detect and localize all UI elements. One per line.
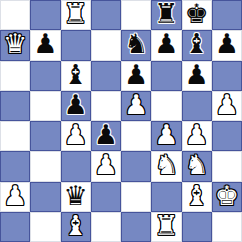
square-e1[interactable] bbox=[121, 212, 151, 242]
piece-black-knight-e7[interactable]: ♞ bbox=[124, 29, 148, 59]
piece-white-pawn-a2[interactable]: ♟ bbox=[3, 181, 27, 211]
piece-white-pawn-e5[interactable]: ♟ bbox=[124, 90, 148, 120]
square-a8[interactable] bbox=[0, 0, 30, 30]
square-a2[interactable]: ♟ bbox=[0, 182, 30, 212]
piece-black-queen-c2[interactable]: ♛ bbox=[64, 181, 88, 211]
piece-white-pawn-d3[interactable]: ♟ bbox=[94, 150, 118, 180]
square-g3[interactable]: ♞ bbox=[182, 151, 212, 181]
square-e4[interactable] bbox=[121, 121, 151, 151]
square-f6[interactable] bbox=[151, 61, 181, 91]
piece-white-pawn-c4[interactable]: ♟ bbox=[64, 120, 88, 150]
square-f4[interactable]: ♟ bbox=[151, 121, 181, 151]
square-a7[interactable]: ♛ bbox=[0, 30, 30, 60]
square-g1[interactable] bbox=[182, 212, 212, 242]
piece-black-bishop-g7[interactable]: ♝ bbox=[185, 29, 209, 59]
square-d1[interactable] bbox=[91, 212, 121, 242]
square-g5[interactable] bbox=[182, 91, 212, 121]
square-h8[interactable] bbox=[212, 0, 242, 30]
square-d5[interactable] bbox=[91, 91, 121, 121]
square-h1[interactable] bbox=[212, 212, 242, 242]
square-h2[interactable]: ♚ bbox=[212, 182, 242, 212]
piece-white-pawn-h5[interactable]: ♟ bbox=[215, 90, 239, 120]
square-a3[interactable] bbox=[0, 151, 30, 181]
square-g7[interactable]: ♝ bbox=[182, 30, 212, 60]
piece-black-pawn-b7[interactable]: ♟ bbox=[33, 29, 57, 59]
square-b5[interactable] bbox=[30, 91, 60, 121]
square-a5[interactable] bbox=[0, 91, 30, 121]
square-h3[interactable] bbox=[212, 151, 242, 181]
square-h5[interactable]: ♟ bbox=[212, 91, 242, 121]
square-e2[interactable] bbox=[121, 182, 151, 212]
square-f1[interactable]: ♜ bbox=[151, 212, 181, 242]
square-e8[interactable] bbox=[121, 0, 151, 30]
square-h4[interactable] bbox=[212, 121, 242, 151]
piece-black-pawn-c5[interactable]: ♟ bbox=[64, 90, 88, 120]
square-e5[interactable]: ♟ bbox=[121, 91, 151, 121]
piece-black-bishop-c6[interactable]: ♝ bbox=[64, 60, 88, 90]
piece-white-pawn-g4[interactable]: ♟ bbox=[185, 120, 209, 150]
piece-white-rook-c8[interactable]: ♜ bbox=[64, 0, 88, 29]
square-c5[interactable]: ♟ bbox=[61, 91, 91, 121]
square-f7[interactable]: ♟ bbox=[151, 30, 181, 60]
piece-white-queen-a7[interactable]: ♛ bbox=[3, 29, 27, 59]
square-c7[interactable] bbox=[61, 30, 91, 60]
square-a1[interactable] bbox=[0, 212, 30, 242]
square-b6[interactable] bbox=[30, 61, 60, 91]
square-b4[interactable] bbox=[30, 121, 60, 151]
square-d2[interactable] bbox=[91, 182, 121, 212]
piece-white-bishop-g2[interactable]: ♝ bbox=[185, 181, 209, 211]
square-f2[interactable] bbox=[151, 182, 181, 212]
square-e6[interactable]: ♟ bbox=[121, 61, 151, 91]
square-h6[interactable] bbox=[212, 61, 242, 91]
square-d6[interactable] bbox=[91, 61, 121, 91]
piece-white-pawn-f4[interactable]: ♟ bbox=[154, 120, 178, 150]
chess-board: ♜♜♚♛♟♞♟♝♟♝♟♟♟♟♟♟♟♟♟♟♞♞♟♛♝♚♝♜ bbox=[0, 0, 242, 242]
square-d8[interactable] bbox=[91, 0, 121, 30]
square-f8[interactable]: ♜ bbox=[151, 0, 181, 30]
square-b7[interactable]: ♟ bbox=[30, 30, 60, 60]
square-f3[interactable]: ♞ bbox=[151, 151, 181, 181]
square-g2[interactable]: ♝ bbox=[182, 182, 212, 212]
square-d4[interactable]: ♟ bbox=[91, 121, 121, 151]
square-c8[interactable]: ♜ bbox=[61, 0, 91, 30]
square-a6[interactable] bbox=[0, 61, 30, 91]
piece-black-pawn-h7[interactable]: ♟ bbox=[215, 29, 239, 59]
piece-black-king-g8[interactable]: ♚ bbox=[185, 0, 209, 29]
square-d7[interactable] bbox=[91, 30, 121, 60]
square-c2[interactable]: ♛ bbox=[61, 182, 91, 212]
piece-black-pawn-d4[interactable]: ♟ bbox=[94, 120, 118, 150]
square-d3[interactable]: ♟ bbox=[91, 151, 121, 181]
piece-black-pawn-f7[interactable]: ♟ bbox=[154, 29, 178, 59]
piece-white-knight-f3[interactable]: ♞ bbox=[154, 150, 178, 180]
square-c6[interactable]: ♝ bbox=[61, 61, 91, 91]
square-e7[interactable]: ♞ bbox=[121, 30, 151, 60]
square-b8[interactable] bbox=[30, 0, 60, 30]
square-c3[interactable] bbox=[61, 151, 91, 181]
piece-white-rook-f1[interactable]: ♜ bbox=[154, 211, 178, 241]
square-b3[interactable] bbox=[30, 151, 60, 181]
square-e3[interactable] bbox=[121, 151, 151, 181]
piece-black-pawn-e6[interactable]: ♟ bbox=[124, 60, 148, 90]
square-c1[interactable]: ♝ bbox=[61, 212, 91, 242]
piece-black-rook-f8[interactable]: ♜ bbox=[154, 0, 178, 29]
square-h7[interactable]: ♟ bbox=[212, 30, 242, 60]
piece-white-knight-g3[interactable]: ♞ bbox=[185, 150, 209, 180]
square-a4[interactable] bbox=[0, 121, 30, 151]
square-g4[interactable]: ♟ bbox=[182, 121, 212, 151]
square-g6[interactable]: ♟ bbox=[182, 61, 212, 91]
piece-white-king-h2[interactable]: ♚ bbox=[215, 181, 239, 211]
piece-black-pawn-g6[interactable]: ♟ bbox=[185, 60, 209, 90]
chess-board-container: ♜♜♚♛♟♞♟♝♟♝♟♟♟♟♟♟♟♟♟♟♞♞♟♛♝♚♝♜ bbox=[0, 0, 242, 242]
square-f5[interactable] bbox=[151, 91, 181, 121]
square-b1[interactable] bbox=[30, 212, 60, 242]
piece-white-bishop-c1[interactable]: ♝ bbox=[64, 211, 88, 241]
square-c4[interactable]: ♟ bbox=[61, 121, 91, 151]
square-b2[interactable] bbox=[30, 182, 60, 212]
square-g8[interactable]: ♚ bbox=[182, 0, 212, 30]
